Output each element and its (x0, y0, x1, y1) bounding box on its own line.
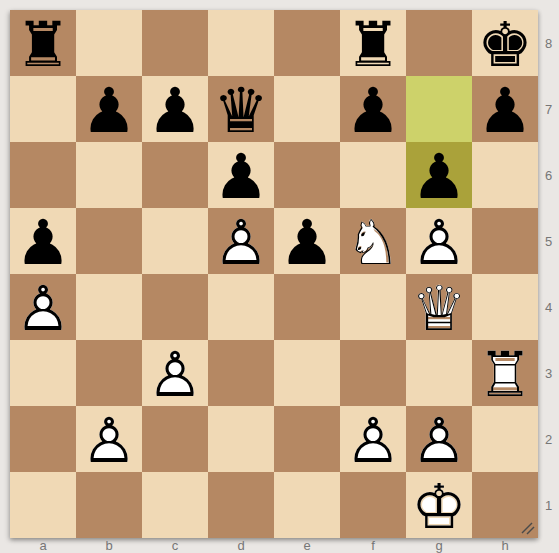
white-pawn-outline-icon: ♙ (208, 210, 274, 276)
square-h8[interactable]: ♚ (472, 10, 538, 76)
square-d4[interactable] (208, 274, 274, 340)
square-g2[interactable]: ♟♙ (406, 406, 472, 472)
square-c2[interactable] (142, 406, 208, 472)
square-e1[interactable] (274, 472, 340, 538)
white-pawn[interactable]: ♟♙ (142, 340, 208, 406)
rank-label-4: 4 (538, 274, 559, 340)
square-e8[interactable] (274, 10, 340, 76)
square-g5[interactable]: ♟♙ (406, 208, 472, 274)
black-pawn[interactable]: ♟ (274, 208, 340, 274)
square-h7[interactable]: ♟ (472, 76, 538, 142)
black-rook-icon: ♜ (10, 12, 76, 78)
square-d7[interactable]: ♛ (208, 76, 274, 142)
square-d3[interactable] (208, 340, 274, 406)
square-d2[interactable] (208, 406, 274, 472)
white-king-outline-icon: ♔ (406, 474, 472, 540)
black-pawn[interactable]: ♟ (472, 76, 538, 142)
black-pawn[interactable]: ♟ (76, 76, 142, 142)
square-h3[interactable]: ♜♖ (472, 340, 538, 406)
rank-label-5: 5 (538, 208, 559, 274)
rank-label-2: 2 (538, 406, 559, 472)
square-b1[interactable] (76, 472, 142, 538)
square-d8[interactable] (208, 10, 274, 76)
black-pawn[interactable]: ♟ (142, 76, 208, 142)
rank-label-1: 1 (538, 472, 559, 538)
square-c8[interactable] (142, 10, 208, 76)
square-b7[interactable]: ♟ (76, 76, 142, 142)
file-coordinates: abcdefgh (10, 537, 538, 553)
white-knight[interactable]: ♞♘ (340, 208, 406, 274)
square-b6[interactable] (76, 142, 142, 208)
square-h6[interactable] (472, 142, 538, 208)
square-g7[interactable] (406, 76, 472, 142)
square-f5[interactable]: ♞♘ (340, 208, 406, 274)
square-a3[interactable] (10, 340, 76, 406)
black-queen[interactable]: ♛ (208, 76, 274, 142)
black-pawn-icon: ♟ (406, 144, 472, 210)
white-pawn[interactable]: ♟♙ (10, 274, 76, 340)
rank-label-8: 8 (538, 10, 559, 76)
black-pawn-icon: ♟ (340, 78, 406, 144)
white-king[interactable]: ♚♔ (406, 472, 472, 538)
square-h2[interactable] (472, 406, 538, 472)
black-queen-icon: ♛ (208, 78, 274, 144)
square-b5[interactable] (76, 208, 142, 274)
square-e5[interactable]: ♟ (274, 208, 340, 274)
rank-label-6: 6 (538, 142, 559, 208)
white-knight-outline-icon: ♘ (340, 210, 406, 276)
square-g3[interactable] (406, 340, 472, 406)
square-g8[interactable] (406, 10, 472, 76)
square-b8[interactable] (76, 10, 142, 76)
black-pawn-icon: ♟ (208, 144, 274, 210)
square-c7[interactable]: ♟ (142, 76, 208, 142)
square-c6[interactable] (142, 142, 208, 208)
black-pawn[interactable]: ♟ (10, 208, 76, 274)
file-label-d: d (208, 537, 274, 553)
chess-board: ♜♜♚♟♟♛♟♟♟♟♟♟♙♟♞♘♟♙♟♙♛♕♟♙♜♖♟♙♟♙♟♙♚♔ (10, 10, 538, 538)
white-pawn-outline-icon: ♙ (406, 408, 472, 474)
black-pawn-icon: ♟ (142, 78, 208, 144)
square-f2[interactable]: ♟♙ (340, 406, 406, 472)
rank-label-3: 3 (538, 340, 559, 406)
file-label-b: b (76, 537, 142, 553)
rank-label-7: 7 (538, 76, 559, 142)
white-rook-outline-icon: ♖ (472, 342, 538, 408)
square-g6[interactable]: ♟ (406, 142, 472, 208)
black-pawn[interactable]: ♟ (406, 142, 472, 208)
square-f1[interactable] (340, 472, 406, 538)
square-f6[interactable] (340, 142, 406, 208)
square-h4[interactable] (472, 274, 538, 340)
black-rook[interactable]: ♜ (340, 10, 406, 76)
square-e2[interactable] (274, 406, 340, 472)
square-e3[interactable] (274, 340, 340, 406)
file-label-e: e (274, 537, 340, 553)
square-g1[interactable]: ♚♔ (406, 472, 472, 538)
square-b2[interactable]: ♟♙ (76, 406, 142, 472)
square-a4[interactable]: ♟♙ (10, 274, 76, 340)
square-d6[interactable]: ♟ (208, 142, 274, 208)
black-pawn-icon: ♟ (274, 210, 340, 276)
square-f3[interactable] (340, 340, 406, 406)
square-e4[interactable] (274, 274, 340, 340)
square-g4[interactable]: ♛♕ (406, 274, 472, 340)
white-pawn-outline-icon: ♙ (340, 408, 406, 474)
black-rook[interactable]: ♜ (10, 10, 76, 76)
white-queen-outline-icon: ♕ (406, 276, 472, 342)
white-pawn[interactable]: ♟♙ (76, 406, 142, 472)
black-pawn-icon: ♟ (76, 78, 142, 144)
black-rook-icon: ♜ (340, 12, 406, 78)
black-pawn-icon: ♟ (472, 78, 538, 144)
square-a5[interactable]: ♟ (10, 208, 76, 274)
page-background: ♜♜♚♟♟♛♟♟♟♟♟♟♙♟♞♘♟♙♟♙♛♕♟♙♜♖♟♙♟♙♟♙♚♔ 87654… (0, 0, 559, 553)
white-rook[interactable]: ♜♖ (472, 340, 538, 406)
square-c3[interactable]: ♟♙ (142, 340, 208, 406)
black-pawn[interactable]: ♟ (340, 76, 406, 142)
file-label-a: a (10, 537, 76, 553)
square-c4[interactable] (142, 274, 208, 340)
white-pawn[interactable]: ♟♙ (340, 406, 406, 472)
white-queen[interactable]: ♛♕ (406, 274, 472, 340)
square-e6[interactable] (274, 142, 340, 208)
square-f7[interactable]: ♟ (340, 76, 406, 142)
rank-coordinates: 87654321 (538, 10, 559, 538)
square-f4[interactable] (340, 274, 406, 340)
square-a6[interactable] (10, 142, 76, 208)
white-pawn[interactable]: ♟♙ (406, 406, 472, 472)
square-h5[interactable] (472, 208, 538, 274)
file-label-g: g (406, 537, 472, 553)
square-e7[interactable] (274, 76, 340, 142)
square-b4[interactable] (76, 274, 142, 340)
file-label-h: h (472, 537, 538, 553)
square-a7[interactable] (10, 76, 76, 142)
file-label-f: f (340, 537, 406, 553)
square-f8[interactable]: ♜ (340, 10, 406, 76)
square-d5[interactable]: ♟♙ (208, 208, 274, 274)
black-pawn[interactable]: ♟ (208, 142, 274, 208)
white-pawn-outline-icon: ♙ (406, 210, 472, 276)
square-c5[interactable] (142, 208, 208, 274)
file-label-c: c (142, 537, 208, 553)
black-king[interactable]: ♚ (472, 10, 538, 76)
black-pawn-icon: ♟ (10, 210, 76, 276)
white-pawn-outline-icon: ♙ (76, 408, 142, 474)
square-d1[interactable] (208, 472, 274, 538)
black-king-icon: ♚ (472, 12, 538, 78)
square-a2[interactable] (10, 406, 76, 472)
white-pawn[interactable]: ♟♙ (406, 208, 472, 274)
board-resize-handle-icon[interactable] (520, 520, 536, 536)
square-b3[interactable] (76, 340, 142, 406)
white-pawn-outline-icon: ♙ (142, 342, 208, 408)
white-pawn-outline-icon: ♙ (10, 276, 76, 342)
square-a1[interactable] (10, 472, 76, 538)
white-pawn[interactable]: ♟♙ (208, 208, 274, 274)
square-c1[interactable] (142, 472, 208, 538)
square-a8[interactable]: ♜ (10, 10, 76, 76)
